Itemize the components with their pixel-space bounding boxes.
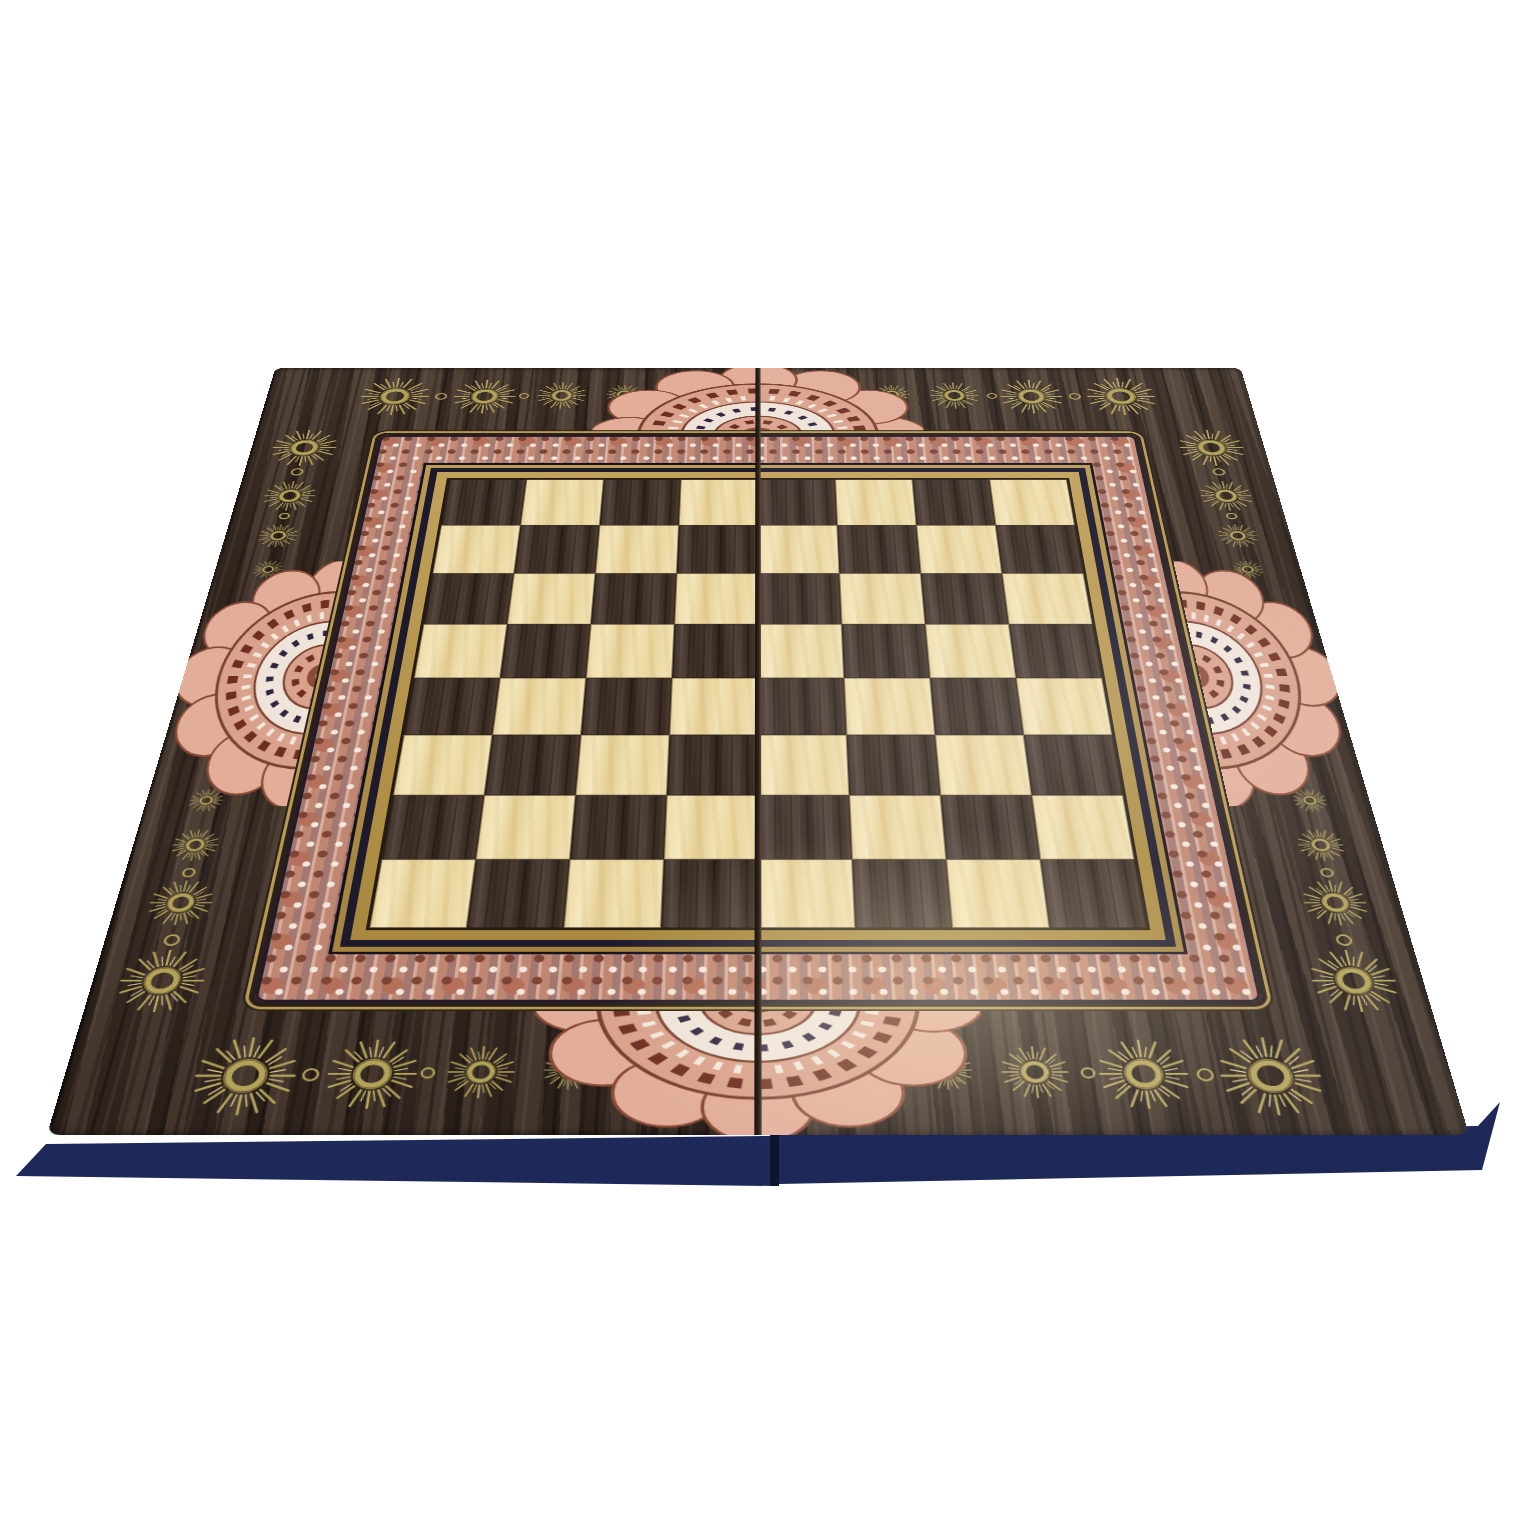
square-g8 bbox=[946, 859, 1049, 927]
square-c6 bbox=[576, 735, 670, 795]
square-b7 bbox=[476, 795, 576, 859]
square-a2 bbox=[433, 525, 521, 573]
square-c3 bbox=[591, 573, 677, 624]
square-g4 bbox=[925, 624, 1016, 678]
square-d7 bbox=[664, 795, 758, 859]
square-c7 bbox=[570, 795, 667, 859]
square-a1 bbox=[441, 480, 526, 526]
square-b6 bbox=[484, 735, 581, 795]
square-c8 bbox=[564, 859, 664, 927]
square-d1 bbox=[679, 480, 758, 526]
square-d5 bbox=[669, 678, 758, 735]
square-d3 bbox=[674, 573, 758, 624]
square-e1 bbox=[758, 480, 837, 526]
square-g3 bbox=[921, 573, 1009, 624]
square-h4 bbox=[1009, 624, 1102, 678]
square-g2 bbox=[916, 525, 1002, 573]
square-e5 bbox=[758, 678, 847, 735]
square-a4 bbox=[414, 624, 507, 678]
square-e6 bbox=[758, 735, 849, 795]
square-f3 bbox=[839, 573, 925, 624]
square-c1 bbox=[600, 480, 681, 526]
square-h5 bbox=[1016, 678, 1112, 735]
square-c5 bbox=[581, 678, 672, 735]
square-a7 bbox=[382, 795, 485, 859]
square-a8 bbox=[369, 859, 475, 927]
square-g7 bbox=[940, 795, 1040, 859]
square-g6 bbox=[935, 735, 1032, 795]
square-b8 bbox=[467, 859, 570, 927]
hinge-seam bbox=[754, 368, 761, 1135]
square-c2 bbox=[595, 525, 678, 573]
square-f5 bbox=[844, 678, 935, 735]
square-h6 bbox=[1024, 735, 1123, 795]
square-e3 bbox=[758, 573, 842, 624]
board-top-face bbox=[47, 368, 1469, 1135]
square-b5 bbox=[492, 678, 586, 735]
square-f7 bbox=[849, 795, 946, 859]
board-photo-scene bbox=[0, 0, 1517, 1517]
square-h3 bbox=[1002, 573, 1092, 624]
square-a6 bbox=[393, 735, 492, 795]
square-f1 bbox=[835, 480, 916, 526]
square-g1 bbox=[912, 480, 995, 526]
square-e4 bbox=[758, 624, 844, 678]
hinge-gap bbox=[770, 1132, 779, 1186]
square-e8 bbox=[758, 859, 855, 927]
square-f2 bbox=[837, 525, 920, 573]
square-d6 bbox=[667, 735, 758, 795]
square-b4 bbox=[500, 624, 591, 678]
square-h8 bbox=[1040, 859, 1146, 927]
chess-board bbox=[47, 368, 1469, 1135]
square-e7 bbox=[758, 795, 852, 859]
square-d2 bbox=[677, 525, 758, 573]
square-f8 bbox=[852, 859, 952, 927]
square-g5 bbox=[930, 678, 1024, 735]
square-b3 bbox=[507, 573, 595, 624]
square-d8 bbox=[661, 859, 758, 927]
square-a5 bbox=[404, 678, 500, 735]
square-e2 bbox=[758, 525, 839, 573]
square-a3 bbox=[424, 573, 514, 624]
square-h1 bbox=[989, 480, 1074, 526]
square-f6 bbox=[847, 735, 941, 795]
square-f4 bbox=[842, 624, 930, 678]
square-c4 bbox=[586, 624, 674, 678]
square-h7 bbox=[1032, 795, 1135, 859]
square-b2 bbox=[514, 525, 600, 573]
square-b1 bbox=[520, 480, 603, 526]
square-d4 bbox=[672, 624, 758, 678]
square-h2 bbox=[996, 525, 1084, 573]
